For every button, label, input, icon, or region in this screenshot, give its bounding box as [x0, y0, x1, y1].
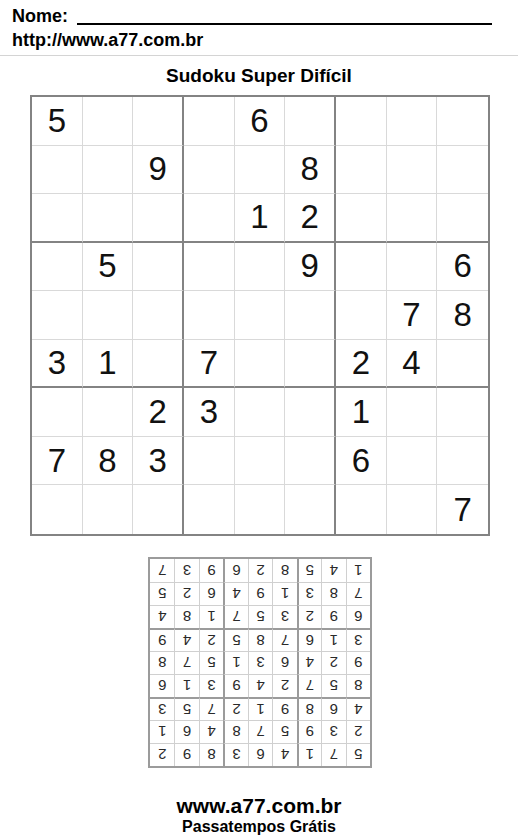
puzzle-cell-r7c4[interactable]: 3: [184, 388, 235, 437]
solution-cell-r3c3: 8: [297, 697, 321, 720]
solution-cell-r4c5: 4: [248, 674, 272, 697]
solution-cell-r8c3: 3: [297, 582, 321, 605]
puzzle-cell-r3c2[interactable]: [83, 194, 134, 243]
puzzle-cell-r7c6[interactable]: [285, 388, 336, 437]
puzzle-cell-r9c5[interactable]: [235, 485, 286, 534]
solution-cell-r9c5: 2: [248, 559, 272, 582]
solution-cell-r8c8: 2: [174, 582, 198, 605]
solution-cell-r2c6: 8: [223, 720, 247, 743]
site-url-text: http://www.a77.com.br: [12, 30, 203, 50]
puzzle-cell-r3c4[interactable]: [184, 194, 235, 243]
footer-tagline: Passatempos Grátis: [0, 818, 518, 836]
solution-cell-r8c7: 6: [199, 582, 223, 605]
puzzle-cell-r2c8[interactable]: [387, 146, 438, 195]
solution-cell-r2c9: 1: [150, 720, 174, 743]
puzzle-cell-r8c4[interactable]: [184, 437, 235, 486]
puzzle-cell-r2c1[interactable]: [32, 146, 83, 195]
solution-cell-r1c2: 7: [321, 743, 345, 766]
puzzle-cell-r4c7[interactable]: [336, 243, 387, 292]
solution-cell-r2c2: 3: [321, 720, 345, 743]
puzzle-cell-r4c8[interactable]: [387, 243, 438, 292]
solution-cell-r5c9: 8: [150, 651, 174, 674]
solution-cell-r9c3: 5: [297, 559, 321, 582]
solution-cell-r9c7: 9: [199, 559, 223, 582]
puzzle-cell-r5c4[interactable]: [184, 291, 235, 340]
footer-url: www.a77.com.br: [0, 794, 518, 818]
solution-cell-r4c8: 1: [174, 674, 198, 697]
solution-cell-r4c2: 5: [321, 674, 345, 697]
solution-cell-r4c9: 6: [150, 674, 174, 697]
solution-cell-r7c8: 8: [174, 605, 198, 628]
puzzle-cell-r1c2[interactable]: [83, 97, 134, 146]
puzzle-cell-r4c6[interactable]: 9: [285, 243, 336, 292]
solution-cell-r1c3: 1: [297, 743, 321, 766]
puzzle-cell-r7c2[interactable]: [83, 388, 134, 437]
solution-cell-r4c1: 8: [346, 674, 370, 697]
solution-cell-r4c4: 2: [272, 674, 296, 697]
solution-cell-r9c2: 4: [321, 559, 345, 582]
puzzle-cell-r2c7[interactable]: [336, 146, 387, 195]
puzzle-cell-r6c8[interactable]: 4: [387, 340, 438, 389]
puzzle-cell-r8c2[interactable]: 8: [83, 437, 134, 486]
puzzle-cell-r6c1[interactable]: 3: [32, 340, 83, 389]
solution-cell-r1c1: 5: [346, 743, 370, 766]
solution-cell-r9c9: 7: [150, 559, 174, 582]
puzzle-cell-r6c5[interactable]: [235, 340, 286, 389]
puzzle-cell-r8c5[interactable]: [235, 437, 286, 486]
puzzle-cell-r3c8[interactable]: [387, 194, 438, 243]
name-underline: [77, 23, 492, 25]
puzzle-cell-r2c6[interactable]: 8: [285, 146, 336, 195]
solution-cell-r7c5: 5: [248, 605, 272, 628]
puzzle-cell-r5c6[interactable]: [285, 291, 336, 340]
puzzle-cell-r3c9[interactable]: [437, 194, 488, 243]
solution-cell-r9c1: 1: [346, 559, 370, 582]
solution-cell-r6c4: 7: [272, 628, 296, 651]
puzzle-cell-r9c8[interactable]: [387, 485, 438, 534]
puzzle-cell-r4c3[interactable]: [133, 243, 184, 292]
solution-cell-r6c6: 5: [223, 628, 247, 651]
puzzle-cell-r8c8[interactable]: [387, 437, 438, 486]
puzzle-cell-r8c9[interactable]: [437, 437, 488, 486]
puzzle-cell-r7c9[interactable]: [437, 388, 488, 437]
puzzle-cell-r9c9[interactable]: 7: [437, 485, 488, 534]
solution-cell-r6c9: 9: [150, 628, 174, 651]
solution-cell-r9c6: 6: [223, 559, 247, 582]
puzzle-cell-r6c9[interactable]: [437, 340, 488, 389]
puzzle-cell-r2c5[interactable]: [235, 146, 286, 195]
puzzle-cell-r8c3[interactable]: 3: [133, 437, 184, 486]
puzzle-cell-r1c9[interactable]: [437, 97, 488, 146]
puzzle-cell-r6c3[interactable]: [133, 340, 184, 389]
puzzle-cell-r3c7[interactable]: [336, 194, 387, 243]
puzzle-title: Sudoku Super Difícil: [0, 65, 518, 87]
puzzle-cell-r5c3[interactable]: [133, 291, 184, 340]
solution-cell-r7c4: 3: [272, 605, 296, 628]
solution-grid-upside-down: 5714638922395784614689127538572493169246…: [148, 557, 372, 768]
solution-cell-r3c9: 3: [150, 697, 174, 720]
puzzle-cell-r2c9[interactable]: [437, 146, 488, 195]
solution-cell-r4c3: 7: [297, 674, 321, 697]
solution-cell-r3c1: 4: [346, 697, 370, 720]
puzzle-cell-r1c6[interactable]: [285, 97, 336, 146]
solution-cell-r2c3: 9: [297, 720, 321, 743]
solution-cell-r5c6: 1: [223, 651, 247, 674]
solution-cell-r4c6: 9: [223, 674, 247, 697]
solution-cell-r6c1: 3: [346, 628, 370, 651]
puzzle-cell-r9c4[interactable]: [184, 485, 235, 534]
puzzle-cell-r6c2[interactable]: 1: [83, 340, 134, 389]
solution-cell-r2c5: 7: [248, 720, 272, 743]
solution-cell-r7c7: 1: [199, 605, 223, 628]
puzzle-cell-r8c7[interactable]: 6: [336, 437, 387, 486]
solution-cell-r2c1: 2: [346, 720, 370, 743]
solution-cell-r2c8: 6: [174, 720, 198, 743]
solution-cell-r6c3: 6: [297, 628, 321, 651]
puzzle-cell-r4c1[interactable]: [32, 243, 83, 292]
puzzle-cell-r5c5[interactable]: [235, 291, 286, 340]
puzzle-cell-r7c3[interactable]: 2: [133, 388, 184, 437]
puzzle-cell-r3c5[interactable]: 1: [235, 194, 286, 243]
solution-cell-r1c4: 4: [272, 743, 296, 766]
puzzle-cell-r4c9[interactable]: 6: [437, 243, 488, 292]
solution-cell-r3c5: 1: [248, 697, 272, 720]
solution-cell-r5c2: 2: [321, 651, 345, 674]
solution-cell-r1c8: 9: [174, 743, 198, 766]
puzzle-cell-r7c8[interactable]: [387, 388, 438, 437]
solution-cell-r5c1: 9: [346, 651, 370, 674]
puzzle-cell-r3c1[interactable]: [32, 194, 83, 243]
solution-cell-r3c4: 9: [272, 697, 296, 720]
solution-cell-r3c8: 5: [174, 697, 198, 720]
puzzle-cell-r9c7[interactable]: [336, 485, 387, 534]
main-sudoku-grid: 569812596783172423178367: [30, 95, 490, 536]
name-row: Nome:: [12, 6, 492, 26]
puzzle-cell-r9c1[interactable]: [32, 485, 83, 534]
solution-cell-r7c1: 6: [346, 605, 370, 628]
solution-cell-r1c5: 6: [248, 743, 272, 766]
solution-cell-r8c6: 4: [223, 582, 247, 605]
puzzle-cell-r5c7[interactable]: [336, 291, 387, 340]
puzzle-cell-r3c3[interactable]: [133, 194, 184, 243]
solution-cell-r6c2: 1: [321, 628, 345, 651]
solution-cell-r4c7: 3: [199, 674, 223, 697]
solution-cell-r9c8: 3: [174, 559, 198, 582]
puzzle-cell-r1c8[interactable]: [387, 97, 438, 146]
solution-cell-r6c8: 4: [174, 628, 198, 651]
solution-cell-r9c4: 8: [272, 559, 296, 582]
solution-cell-r1c7: 8: [199, 743, 223, 766]
puzzle-cell-r4c4[interactable]: [184, 243, 235, 292]
header-rule: [0, 55, 518, 56]
solution-cell-r5c5: 3: [248, 651, 272, 674]
solution-cell-r6c7: 2: [199, 628, 223, 651]
puzzle-cell-r2c2[interactable]: [83, 146, 134, 195]
puzzle-cell-r9c2[interactable]: [83, 485, 134, 534]
solution-cell-r8c5: 9: [248, 582, 272, 605]
puzzle-cell-r3c6[interactable]: 2: [285, 194, 336, 243]
solution-cell-r8c4: 1: [272, 582, 296, 605]
puzzle-cell-r6c4[interactable]: 7: [184, 340, 235, 389]
solution-cell-r7c3: 2: [297, 605, 321, 628]
solution-cell-r5c3: 4: [297, 651, 321, 674]
puzzle-cell-r7c1[interactable]: [32, 388, 83, 437]
solution-cell-r2c4: 5: [272, 720, 296, 743]
puzzle-cell-r6c7[interactable]: 2: [336, 340, 387, 389]
solution-cell-r3c2: 6: [321, 697, 345, 720]
puzzle-cell-r1c7[interactable]: [336, 97, 387, 146]
puzzle-cell-r8c6[interactable]: [285, 437, 336, 486]
puzzle-cell-r9c3[interactable]: [133, 485, 184, 534]
puzzle-cell-r4c2[interactable]: 5: [83, 243, 134, 292]
puzzle-cell-r7c7[interactable]: 1: [336, 388, 387, 437]
solution-cell-r5c8: 7: [174, 651, 198, 674]
puzzle-cell-r7c5[interactable]: [235, 388, 286, 437]
puzzle-cell-r1c5[interactable]: 6: [235, 97, 286, 146]
solution-cell-r7c2: 9: [321, 605, 345, 628]
solution-cell-r8c1: 7: [346, 582, 370, 605]
puzzle-cell-r5c9[interactable]: 8: [437, 291, 488, 340]
solution-cell-r5c4: 6: [272, 651, 296, 674]
puzzle-cell-r5c8[interactable]: 7: [387, 291, 438, 340]
puzzle-cell-r6c6[interactable]: [285, 340, 336, 389]
puzzle-cell-r5c2[interactable]: [83, 291, 134, 340]
puzzle-cell-r4c5[interactable]: [235, 243, 286, 292]
puzzle-cell-r5c1[interactable]: [32, 291, 83, 340]
puzzle-cell-r2c4[interactable]: [184, 146, 235, 195]
solution-cell-r2c7: 4: [199, 720, 223, 743]
solution-cell-r1c6: 3: [223, 743, 247, 766]
puzzle-cell-r1c1[interactable]: 5: [32, 97, 83, 146]
solution-cell-r8c2: 8: [321, 582, 345, 605]
name-label: Nome:: [12, 6, 68, 26]
puzzle-cell-r1c3[interactable]: [133, 97, 184, 146]
puzzle-cell-r2c3[interactable]: 9: [133, 146, 184, 195]
solution-cell-r3c7: 7: [199, 697, 223, 720]
solution-cell-r8c9: 5: [150, 582, 174, 605]
solution-cell-r7c6: 7: [223, 605, 247, 628]
puzzle-cell-r9c6[interactable]: [285, 485, 336, 534]
puzzle-cell-r8c1[interactable]: 7: [32, 437, 83, 486]
solution-cell-r1c9: 2: [150, 743, 174, 766]
puzzle-cell-r1c4[interactable]: [184, 97, 235, 146]
solution-cell-r7c9: 4: [150, 605, 174, 628]
solution-cell-r6c5: 8: [248, 628, 272, 651]
solution-cell-r3c6: 2: [223, 697, 247, 720]
solution-cell-r5c7: 5: [199, 651, 223, 674]
